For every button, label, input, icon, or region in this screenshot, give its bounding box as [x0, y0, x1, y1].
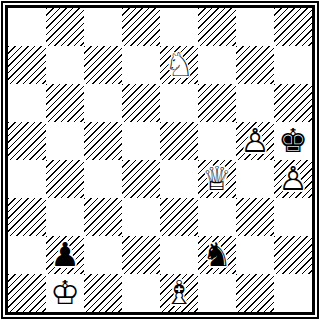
square-h5[interactable]: ♚♚	[274, 122, 312, 160]
square-c3[interactable]	[84, 198, 122, 236]
square-g5[interactable]: ♟♙	[236, 122, 274, 160]
square-d1[interactable]	[122, 274, 160, 312]
square-f8[interactable]	[198, 8, 236, 46]
square-b4[interactable]	[46, 160, 84, 198]
square-b7[interactable]	[46, 46, 84, 84]
square-e6[interactable]	[160, 84, 198, 122]
white-pawn-halo: ♟	[274, 160, 312, 198]
square-h8[interactable]	[274, 8, 312, 46]
square-d3[interactable]	[122, 198, 160, 236]
chess-diagram: ♞♘♟♙♚♚♛♕♟♙♟♟♞♞♚♔♝♗	[0, 0, 320, 320]
square-h6[interactable]	[274, 84, 312, 122]
square-f5[interactable]	[198, 122, 236, 160]
square-b6[interactable]	[46, 84, 84, 122]
square-b3[interactable]	[46, 198, 84, 236]
square-g3[interactable]	[236, 198, 274, 236]
white-king-halo: ♚	[46, 274, 84, 312]
white-pawn-halo: ♟	[236, 122, 274, 160]
square-c4[interactable]	[84, 160, 122, 198]
black-pawn-halo: ♟	[46, 236, 84, 274]
white-bishop: ♗	[160, 274, 198, 312]
square-b1[interactable]: ♚♔	[46, 274, 84, 312]
square-h4[interactable]: ♟♙	[274, 160, 312, 198]
square-c6[interactable]	[84, 84, 122, 122]
square-h3[interactable]	[274, 198, 312, 236]
square-h1[interactable]	[274, 274, 312, 312]
square-f7[interactable]	[198, 46, 236, 84]
square-a4[interactable]	[8, 160, 46, 198]
white-knight-halo: ♞	[160, 46, 198, 84]
white-knight: ♘	[160, 46, 198, 84]
white-queen: ♕	[198, 160, 236, 198]
square-c2[interactable]	[84, 236, 122, 274]
white-pawn: ♙	[236, 122, 274, 160]
square-g6[interactable]	[236, 84, 274, 122]
chessboard: ♞♘♟♙♚♚♛♕♟♙♟♟♞♞♚♔♝♗	[8, 8, 312, 312]
square-e3[interactable]	[160, 198, 198, 236]
square-b8[interactable]	[46, 8, 84, 46]
square-a6[interactable]	[8, 84, 46, 122]
square-e5[interactable]	[160, 122, 198, 160]
square-g2[interactable]	[236, 236, 274, 274]
square-a3[interactable]	[8, 198, 46, 236]
square-f3[interactable]	[198, 198, 236, 236]
square-c5[interactable]	[84, 122, 122, 160]
square-d5[interactable]	[122, 122, 160, 160]
square-c8[interactable]	[84, 8, 122, 46]
square-f6[interactable]	[198, 84, 236, 122]
square-a5[interactable]	[8, 122, 46, 160]
black-king-halo: ♚	[274, 122, 312, 160]
board-inner-frame: ♞♘♟♙♚♚♛♕♟♙♟♟♞♞♚♔♝♗	[5, 5, 315, 315]
square-g1[interactable]	[236, 274, 274, 312]
square-e2[interactable]	[160, 236, 198, 274]
square-h7[interactable]	[274, 46, 312, 84]
square-d7[interactable]	[122, 46, 160, 84]
square-a1[interactable]	[8, 274, 46, 312]
square-e8[interactable]	[160, 8, 198, 46]
square-c7[interactable]	[84, 46, 122, 84]
square-f2[interactable]: ♞♞	[198, 236, 236, 274]
black-pawn: ♟	[46, 236, 84, 274]
white-queen-halo: ♛	[198, 160, 236, 198]
square-d6[interactable]	[122, 84, 160, 122]
black-knight: ♞	[198, 236, 236, 274]
square-h2[interactable]	[274, 236, 312, 274]
square-d2[interactable]	[122, 236, 160, 274]
square-e7[interactable]: ♞♘	[160, 46, 198, 84]
square-f1[interactable]	[198, 274, 236, 312]
square-f4[interactable]: ♛♕	[198, 160, 236, 198]
square-g7[interactable]	[236, 46, 274, 84]
black-king: ♚	[274, 122, 312, 160]
white-bishop-halo: ♝	[160, 274, 198, 312]
square-e4[interactable]	[160, 160, 198, 198]
square-d8[interactable]	[122, 8, 160, 46]
board-outer-frame: ♞♘♟♙♚♚♛♕♟♙♟♟♞♞♚♔♝♗	[1, 1, 319, 319]
square-a7[interactable]	[8, 46, 46, 84]
white-pawn: ♙	[274, 160, 312, 198]
square-g8[interactable]	[236, 8, 274, 46]
square-a8[interactable]	[8, 8, 46, 46]
square-g4[interactable]	[236, 160, 274, 198]
white-king: ♔	[46, 274, 84, 312]
square-e1[interactable]: ♝♗	[160, 274, 198, 312]
black-knight-halo: ♞	[198, 236, 236, 274]
square-d4[interactable]	[122, 160, 160, 198]
square-b2[interactable]: ♟♟	[46, 236, 84, 274]
square-b5[interactable]	[46, 122, 84, 160]
square-c1[interactable]	[84, 274, 122, 312]
square-a2[interactable]	[8, 236, 46, 274]
